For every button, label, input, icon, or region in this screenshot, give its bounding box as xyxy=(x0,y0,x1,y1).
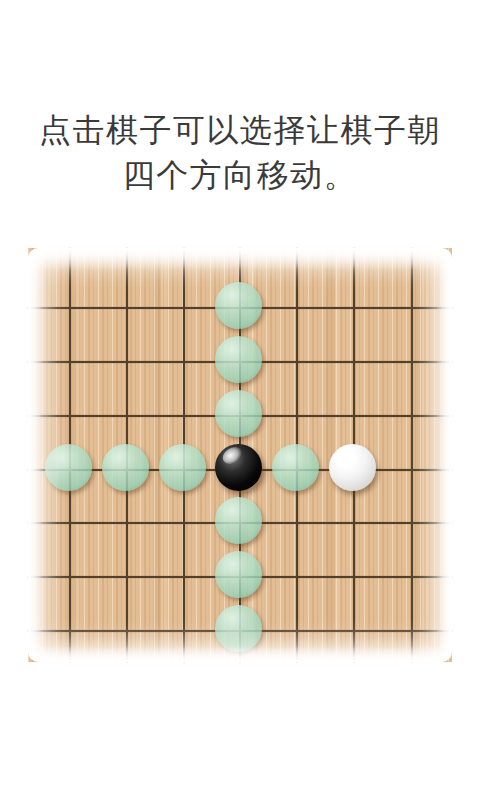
hint-stone[interactable] xyxy=(215,282,262,329)
black-stone[interactable] xyxy=(215,444,262,491)
hint-stone[interactable] xyxy=(215,605,262,652)
board xyxy=(28,248,452,662)
hint-stone[interactable] xyxy=(215,551,262,598)
hint-stone[interactable] xyxy=(272,444,319,491)
hint-stone[interactable] xyxy=(215,390,262,437)
hint-stone[interactable] xyxy=(215,336,262,383)
instruction-line-2: 四个方向移动。 xyxy=(0,153,480,198)
instruction-line-1: 点击棋子可以选择让棋子朝 xyxy=(0,108,480,153)
hint-stone[interactable] xyxy=(45,444,92,491)
white-stone[interactable] xyxy=(329,444,376,491)
hint-stone[interactable] xyxy=(215,497,262,544)
stones-layer xyxy=(28,248,452,662)
hint-stone[interactable] xyxy=(102,444,149,491)
instruction-text: 点击棋子可以选择让棋子朝 四个方向移动。 xyxy=(0,108,480,198)
hint-stone[interactable] xyxy=(159,444,206,491)
